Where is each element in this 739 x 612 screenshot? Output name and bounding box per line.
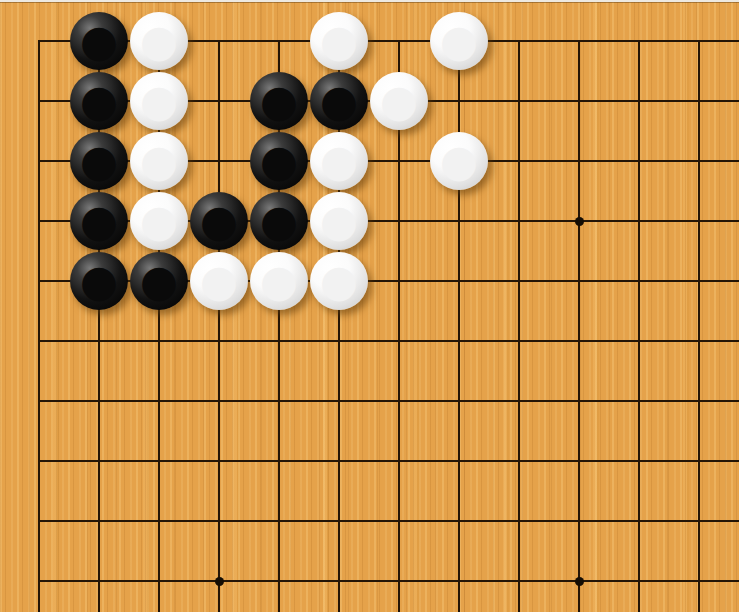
- grid-line-vertical: [518, 40, 520, 612]
- grid-line-horizontal: [38, 520, 739, 522]
- stone-black[interactable]: ●: [70, 132, 128, 190]
- stone-black[interactable]: ●: [250, 192, 308, 250]
- stone-black[interactable]: ●: [70, 72, 128, 130]
- grid-line-vertical: [458, 40, 460, 612]
- stone-black[interactable]: ●: [250, 72, 308, 130]
- stone-black[interactable]: ●: [310, 72, 368, 130]
- stone-white[interactable]: ●: [130, 12, 188, 70]
- stone-black[interactable]: ●: [70, 252, 128, 310]
- stone-white[interactable]: ●: [130, 72, 188, 130]
- stone-white[interactable]: ●: [310, 252, 368, 310]
- grid-line-vertical: [698, 40, 700, 612]
- grid-line-vertical: [578, 40, 580, 612]
- star-point: [575, 577, 584, 586]
- stone-white[interactable]: ●: [190, 252, 248, 310]
- stone-black[interactable]: ●: [70, 192, 128, 250]
- stone-white[interactable]: ●: [430, 132, 488, 190]
- stone-white[interactable]: ●: [310, 12, 368, 70]
- stone-white[interactable]: ●: [310, 132, 368, 190]
- stone-black[interactable]: ●: [130, 252, 188, 310]
- grid-line-horizontal: [38, 460, 739, 462]
- window-top-edge: [0, 0, 739, 3]
- grid-line-horizontal: [38, 400, 739, 402]
- stone-white[interactable]: ●: [310, 192, 368, 250]
- stone-black[interactable]: ●: [250, 132, 308, 190]
- grid-line-vertical: [218, 40, 220, 612]
- stone-black[interactable]: ●: [70, 12, 128, 70]
- stone-white[interactable]: ●: [130, 192, 188, 250]
- stone-black[interactable]: ●: [190, 192, 248, 250]
- grid-line-vertical: [638, 40, 640, 612]
- star-point: [215, 577, 224, 586]
- stone-white[interactable]: ●: [250, 252, 308, 310]
- star-point: [575, 217, 584, 226]
- stone-white[interactable]: ●: [130, 132, 188, 190]
- screenshot-root: ●●●●●●●●●●●●●●●●●●●●●●●●: [0, 0, 739, 612]
- grid-line-horizontal: [38, 340, 739, 342]
- stone-white[interactable]: ●: [370, 72, 428, 130]
- stone-white[interactable]: ●: [430, 12, 488, 70]
- grid-line-vertical: [38, 40, 40, 612]
- grid-line-horizontal: [38, 580, 739, 582]
- go-board[interactable]: ●●●●●●●●●●●●●●●●●●●●●●●●: [0, 0, 739, 612]
